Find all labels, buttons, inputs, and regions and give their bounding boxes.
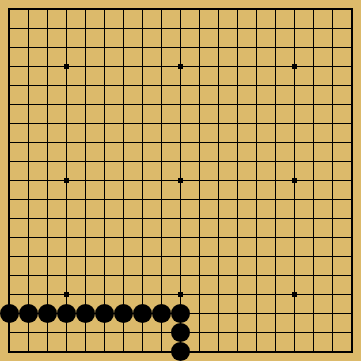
intersection-R10[interactable] (304, 171, 323, 190)
intersection-M3[interactable] (209, 304, 228, 323)
intersection-O15[interactable] (247, 76, 266, 95)
intersection-S3[interactable] (323, 304, 342, 323)
intersection-B8[interactable] (19, 209, 38, 228)
intersection-K9[interactable] (171, 190, 190, 209)
intersection-R15[interactable] (304, 76, 323, 95)
intersection-B18[interactable] (19, 19, 38, 38)
intersection-D3[interactable] (57, 304, 76, 323)
intersection-H6[interactable] (133, 247, 152, 266)
intersection-B16[interactable] (19, 57, 38, 76)
intersection-H13[interactable] (133, 114, 152, 133)
intersection-Q2[interactable] (285, 323, 304, 342)
intersection-O8[interactable] (247, 209, 266, 228)
intersection-P2[interactable] (266, 323, 285, 342)
intersection-M6[interactable] (209, 247, 228, 266)
intersection-J18[interactable] (152, 19, 171, 38)
intersection-P6[interactable] (266, 247, 285, 266)
intersection-N5[interactable] (228, 266, 247, 285)
intersection-J2[interactable] (152, 323, 171, 342)
intersection-L8[interactable] (190, 209, 209, 228)
intersection-S19[interactable] (323, 0, 342, 19)
intersection-H2[interactable] (133, 323, 152, 342)
intersection-R2[interactable] (304, 323, 323, 342)
intersection-R6[interactable] (304, 247, 323, 266)
intersection-R8[interactable] (304, 209, 323, 228)
intersection-G1[interactable] (114, 342, 133, 361)
intersection-P5[interactable] (266, 266, 285, 285)
intersection-O12[interactable] (247, 133, 266, 152)
intersection-P12[interactable] (266, 133, 285, 152)
intersection-Q8[interactable] (285, 209, 304, 228)
intersection-F1[interactable] (95, 342, 114, 361)
intersection-Q18[interactable] (285, 19, 304, 38)
intersection-P11[interactable] (266, 152, 285, 171)
intersection-T16[interactable] (342, 57, 361, 76)
intersection-B15[interactable] (19, 76, 38, 95)
intersection-T1[interactable] (342, 342, 361, 361)
intersection-T12[interactable] (342, 133, 361, 152)
intersection-T9[interactable] (342, 190, 361, 209)
intersection-J3[interactable] (152, 304, 171, 323)
intersection-F9[interactable] (95, 190, 114, 209)
intersection-E11[interactable] (76, 152, 95, 171)
intersection-F6[interactable] (95, 247, 114, 266)
intersection-S7[interactable] (323, 228, 342, 247)
intersection-L3[interactable] (190, 304, 209, 323)
intersection-O9[interactable] (247, 190, 266, 209)
intersection-R16[interactable] (304, 57, 323, 76)
intersection-G5[interactable] (114, 266, 133, 285)
intersection-C16[interactable] (38, 57, 57, 76)
intersection-E3[interactable] (76, 304, 95, 323)
intersection-S9[interactable] (323, 190, 342, 209)
intersection-N9[interactable] (228, 190, 247, 209)
intersection-E5[interactable] (76, 266, 95, 285)
intersection-F2[interactable] (95, 323, 114, 342)
intersection-T2[interactable] (342, 323, 361, 342)
intersection-Q9[interactable] (285, 190, 304, 209)
intersection-O17[interactable] (247, 38, 266, 57)
intersection-S12[interactable] (323, 133, 342, 152)
intersection-F5[interactable] (95, 266, 114, 285)
intersection-B2[interactable] (19, 323, 38, 342)
intersection-S15[interactable] (323, 76, 342, 95)
intersection-K2[interactable] (171, 323, 190, 342)
intersection-N1[interactable] (228, 342, 247, 361)
intersection-K1[interactable] (171, 342, 190, 361)
intersection-L18[interactable] (190, 19, 209, 38)
intersection-S8[interactable] (323, 209, 342, 228)
intersection-D5[interactable] (57, 266, 76, 285)
intersection-R3[interactable] (304, 304, 323, 323)
intersection-M13[interactable] (209, 114, 228, 133)
intersection-K12[interactable] (171, 133, 190, 152)
intersection-Q7[interactable] (285, 228, 304, 247)
intersection-P13[interactable] (266, 114, 285, 133)
intersection-D11[interactable] (57, 152, 76, 171)
intersection-N2[interactable] (228, 323, 247, 342)
intersection-E12[interactable] (76, 133, 95, 152)
intersection-G4[interactable] (114, 285, 133, 304)
intersection-D19[interactable] (57, 0, 76, 19)
intersection-O18[interactable] (247, 19, 266, 38)
intersection-C9[interactable] (38, 190, 57, 209)
intersection-L5[interactable] (190, 266, 209, 285)
intersection-S4[interactable] (323, 285, 342, 304)
intersection-D2[interactable] (57, 323, 76, 342)
intersection-A13[interactable] (0, 114, 19, 133)
intersection-N13[interactable] (228, 114, 247, 133)
intersection-L2[interactable] (190, 323, 209, 342)
intersection-F14[interactable] (95, 95, 114, 114)
intersection-F3[interactable] (95, 304, 114, 323)
intersection-P1[interactable] (266, 342, 285, 361)
intersection-G17[interactable] (114, 38, 133, 57)
intersection-H1[interactable] (133, 342, 152, 361)
intersection-N14[interactable] (228, 95, 247, 114)
intersection-A12[interactable] (0, 133, 19, 152)
intersection-N7[interactable] (228, 228, 247, 247)
intersection-A16[interactable] (0, 57, 19, 76)
intersection-A18[interactable] (0, 19, 19, 38)
intersection-K5[interactable] (171, 266, 190, 285)
intersection-E19[interactable] (76, 0, 95, 19)
intersection-Q5[interactable] (285, 266, 304, 285)
intersection-B12[interactable] (19, 133, 38, 152)
intersection-D6[interactable] (57, 247, 76, 266)
intersection-K3[interactable] (171, 304, 190, 323)
intersection-L17[interactable] (190, 38, 209, 57)
intersection-Q17[interactable] (285, 38, 304, 57)
intersection-N18[interactable] (228, 19, 247, 38)
intersection-H19[interactable] (133, 0, 152, 19)
intersection-C17[interactable] (38, 38, 57, 57)
intersection-C2[interactable] (38, 323, 57, 342)
intersection-N6[interactable] (228, 247, 247, 266)
intersection-C10[interactable] (38, 171, 57, 190)
intersection-O6[interactable] (247, 247, 266, 266)
intersection-T17[interactable] (342, 38, 361, 57)
intersection-E6[interactable] (76, 247, 95, 266)
intersection-K19[interactable] (171, 0, 190, 19)
intersection-P4[interactable] (266, 285, 285, 304)
intersection-F16[interactable] (95, 57, 114, 76)
intersection-Q1[interactable] (285, 342, 304, 361)
intersection-E15[interactable] (76, 76, 95, 95)
intersection-F10[interactable] (95, 171, 114, 190)
intersection-R5[interactable] (304, 266, 323, 285)
intersection-O19[interactable] (247, 0, 266, 19)
intersection-K17[interactable] (171, 38, 190, 57)
intersection-A9[interactable] (0, 190, 19, 209)
intersection-L6[interactable] (190, 247, 209, 266)
intersection-C15[interactable] (38, 76, 57, 95)
intersection-N3[interactable] (228, 304, 247, 323)
intersection-T3[interactable] (342, 304, 361, 323)
intersection-M11[interactable] (209, 152, 228, 171)
intersection-O10[interactable] (247, 171, 266, 190)
intersection-N15[interactable] (228, 76, 247, 95)
intersection-S10[interactable] (323, 171, 342, 190)
intersection-P19[interactable] (266, 0, 285, 19)
intersection-H12[interactable] (133, 133, 152, 152)
intersection-F11[interactable] (95, 152, 114, 171)
intersection-T5[interactable] (342, 266, 361, 285)
intersection-E4[interactable] (76, 285, 95, 304)
intersection-M7[interactable] (209, 228, 228, 247)
intersection-C6[interactable] (38, 247, 57, 266)
intersection-O13[interactable] (247, 114, 266, 133)
intersection-E9[interactable] (76, 190, 95, 209)
intersection-S14[interactable] (323, 95, 342, 114)
intersection-B7[interactable] (19, 228, 38, 247)
intersection-N11[interactable] (228, 152, 247, 171)
intersection-T11[interactable] (342, 152, 361, 171)
intersection-T14[interactable] (342, 95, 361, 114)
intersection-T15[interactable] (342, 76, 361, 95)
intersection-B19[interactable] (19, 0, 38, 19)
intersection-T13[interactable] (342, 114, 361, 133)
intersection-M14[interactable] (209, 95, 228, 114)
intersection-L16[interactable] (190, 57, 209, 76)
intersection-S6[interactable] (323, 247, 342, 266)
intersection-J8[interactable] (152, 209, 171, 228)
intersection-K16[interactable] (171, 57, 190, 76)
intersection-C1[interactable] (38, 342, 57, 361)
intersection-L19[interactable] (190, 0, 209, 19)
intersection-A6[interactable] (0, 247, 19, 266)
intersection-T6[interactable] (342, 247, 361, 266)
intersection-L4[interactable] (190, 285, 209, 304)
intersection-S2[interactable] (323, 323, 342, 342)
intersection-M16[interactable] (209, 57, 228, 76)
intersection-H8[interactable] (133, 209, 152, 228)
intersection-H14[interactable] (133, 95, 152, 114)
intersection-Q4[interactable] (285, 285, 304, 304)
intersection-G7[interactable] (114, 228, 133, 247)
intersection-M9[interactable] (209, 190, 228, 209)
intersection-S1[interactable] (323, 342, 342, 361)
intersection-G14[interactable] (114, 95, 133, 114)
intersection-F13[interactable] (95, 114, 114, 133)
intersection-F18[interactable] (95, 19, 114, 38)
intersection-G3[interactable] (114, 304, 133, 323)
intersection-H4[interactable] (133, 285, 152, 304)
intersection-J16[interactable] (152, 57, 171, 76)
intersection-B3[interactable] (19, 304, 38, 323)
intersection-R19[interactable] (304, 0, 323, 19)
intersection-H7[interactable] (133, 228, 152, 247)
intersection-G15[interactable] (114, 76, 133, 95)
intersection-E18[interactable] (76, 19, 95, 38)
intersection-R9[interactable] (304, 190, 323, 209)
intersection-E10[interactable] (76, 171, 95, 190)
intersection-N8[interactable] (228, 209, 247, 228)
intersection-Q12[interactable] (285, 133, 304, 152)
intersection-T7[interactable] (342, 228, 361, 247)
intersection-J12[interactable] (152, 133, 171, 152)
intersection-F17[interactable] (95, 38, 114, 57)
intersection-D8[interactable] (57, 209, 76, 228)
intersection-P16[interactable] (266, 57, 285, 76)
intersection-C13[interactable] (38, 114, 57, 133)
intersection-T10[interactable] (342, 171, 361, 190)
intersection-H18[interactable] (133, 19, 152, 38)
intersection-R11[interactable] (304, 152, 323, 171)
intersection-A11[interactable] (0, 152, 19, 171)
intersection-A3[interactable] (0, 304, 19, 323)
intersection-G8[interactable] (114, 209, 133, 228)
intersection-J13[interactable] (152, 114, 171, 133)
intersection-J7[interactable] (152, 228, 171, 247)
intersection-A5[interactable] (0, 266, 19, 285)
intersection-T8[interactable] (342, 209, 361, 228)
intersection-H16[interactable] (133, 57, 152, 76)
intersection-M12[interactable] (209, 133, 228, 152)
intersection-H11[interactable] (133, 152, 152, 171)
intersection-K8[interactable] (171, 209, 190, 228)
intersection-R1[interactable] (304, 342, 323, 361)
intersection-P10[interactable] (266, 171, 285, 190)
intersection-B14[interactable] (19, 95, 38, 114)
intersection-M18[interactable] (209, 19, 228, 38)
intersection-C12[interactable] (38, 133, 57, 152)
intersection-C18[interactable] (38, 19, 57, 38)
intersection-N17[interactable] (228, 38, 247, 57)
intersection-H17[interactable] (133, 38, 152, 57)
intersection-J9[interactable] (152, 190, 171, 209)
intersection-E16[interactable] (76, 57, 95, 76)
intersection-J1[interactable] (152, 342, 171, 361)
intersection-K6[interactable] (171, 247, 190, 266)
intersection-K11[interactable] (171, 152, 190, 171)
intersection-Q15[interactable] (285, 76, 304, 95)
intersection-T19[interactable] (342, 0, 361, 19)
intersection-S18[interactable] (323, 19, 342, 38)
intersection-P18[interactable] (266, 19, 285, 38)
intersection-D7[interactable] (57, 228, 76, 247)
intersection-K10[interactable] (171, 171, 190, 190)
intersection-L11[interactable] (190, 152, 209, 171)
intersection-O14[interactable] (247, 95, 266, 114)
intersection-D1[interactable] (57, 342, 76, 361)
intersection-C19[interactable] (38, 0, 57, 19)
intersection-B4[interactable] (19, 285, 38, 304)
intersection-C3[interactable] (38, 304, 57, 323)
intersection-E14[interactable] (76, 95, 95, 114)
intersection-P15[interactable] (266, 76, 285, 95)
intersection-E13[interactable] (76, 114, 95, 133)
intersection-O7[interactable] (247, 228, 266, 247)
intersection-P8[interactable] (266, 209, 285, 228)
intersection-M2[interactable] (209, 323, 228, 342)
intersection-O3[interactable] (247, 304, 266, 323)
intersection-H5[interactable] (133, 266, 152, 285)
intersection-E7[interactable] (76, 228, 95, 247)
intersection-B17[interactable] (19, 38, 38, 57)
intersection-M1[interactable] (209, 342, 228, 361)
intersection-C14[interactable] (38, 95, 57, 114)
intersection-R17[interactable] (304, 38, 323, 57)
intersection-P17[interactable] (266, 38, 285, 57)
intersection-S13[interactable] (323, 114, 342, 133)
intersection-D17[interactable] (57, 38, 76, 57)
intersection-M17[interactable] (209, 38, 228, 57)
intersection-F4[interactable] (95, 285, 114, 304)
intersection-D4[interactable] (57, 285, 76, 304)
intersection-P3[interactable] (266, 304, 285, 323)
intersection-M5[interactable] (209, 266, 228, 285)
intersection-J15[interactable] (152, 76, 171, 95)
intersection-Q16[interactable] (285, 57, 304, 76)
intersection-R12[interactable] (304, 133, 323, 152)
intersection-C4[interactable] (38, 285, 57, 304)
intersection-E1[interactable] (76, 342, 95, 361)
intersection-G12[interactable] (114, 133, 133, 152)
intersection-J19[interactable] (152, 0, 171, 19)
intersection-A19[interactable] (0, 0, 19, 19)
intersection-L15[interactable] (190, 76, 209, 95)
intersection-K7[interactable] (171, 228, 190, 247)
intersection-G19[interactable] (114, 0, 133, 19)
intersection-H3[interactable] (133, 304, 152, 323)
intersection-N12[interactable] (228, 133, 247, 152)
intersection-H10[interactable] (133, 171, 152, 190)
intersection-O4[interactable] (247, 285, 266, 304)
intersection-T4[interactable] (342, 285, 361, 304)
intersection-C11[interactable] (38, 152, 57, 171)
intersection-L7[interactable] (190, 228, 209, 247)
intersection-L12[interactable] (190, 133, 209, 152)
intersection-G6[interactable] (114, 247, 133, 266)
intersection-R4[interactable] (304, 285, 323, 304)
intersection-Q13[interactable] (285, 114, 304, 133)
intersection-N19[interactable] (228, 0, 247, 19)
intersection-D18[interactable] (57, 19, 76, 38)
intersection-J5[interactable] (152, 266, 171, 285)
intersection-M15[interactable] (209, 76, 228, 95)
intersection-Q6[interactable] (285, 247, 304, 266)
intersection-F15[interactable] (95, 76, 114, 95)
intersection-Q14[interactable] (285, 95, 304, 114)
intersection-Q19[interactable] (285, 0, 304, 19)
intersection-F7[interactable] (95, 228, 114, 247)
intersection-G18[interactable] (114, 19, 133, 38)
intersection-R13[interactable] (304, 114, 323, 133)
intersection-R18[interactable] (304, 19, 323, 38)
intersection-F12[interactable] (95, 133, 114, 152)
intersection-H9[interactable] (133, 190, 152, 209)
intersection-G9[interactable] (114, 190, 133, 209)
intersection-D13[interactable] (57, 114, 76, 133)
intersection-M10[interactable] (209, 171, 228, 190)
intersection-H15[interactable] (133, 76, 152, 95)
intersection-P7[interactable] (266, 228, 285, 247)
intersection-P14[interactable] (266, 95, 285, 114)
intersection-B10[interactable] (19, 171, 38, 190)
intersection-E17[interactable] (76, 38, 95, 57)
intersection-A7[interactable] (0, 228, 19, 247)
intersection-R14[interactable] (304, 95, 323, 114)
intersection-G16[interactable] (114, 57, 133, 76)
intersection-J10[interactable] (152, 171, 171, 190)
intersection-L13[interactable] (190, 114, 209, 133)
intersection-N4[interactable] (228, 285, 247, 304)
intersection-T18[interactable] (342, 19, 361, 38)
intersection-K14[interactable] (171, 95, 190, 114)
intersection-O1[interactable] (247, 342, 266, 361)
intersection-G10[interactable] (114, 171, 133, 190)
